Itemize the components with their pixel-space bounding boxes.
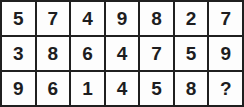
grid-cell: 1 bbox=[71, 72, 104, 105]
grid-cell: 5 bbox=[140, 72, 173, 105]
grid-cell: 8 bbox=[37, 37, 70, 70]
grid-cell: 4 bbox=[106, 37, 139, 70]
grid-cell: 4 bbox=[71, 2, 104, 35]
number-grid: 57498273864759961458? bbox=[0, 0, 244, 107]
grid-cell: 7 bbox=[140, 37, 173, 70]
grid-cell: 8 bbox=[175, 72, 208, 105]
grid-cell: 8 bbox=[140, 2, 173, 35]
grid-cell: 2 bbox=[175, 2, 208, 35]
grid-cell: 3 bbox=[2, 37, 35, 70]
grid-cell: 6 bbox=[71, 37, 104, 70]
grid-cell: 5 bbox=[2, 2, 35, 35]
grid-cell: 9 bbox=[2, 72, 35, 105]
grid-cell: 7 bbox=[209, 2, 242, 35]
grid-cell: 6 bbox=[37, 72, 70, 105]
grid-cell: 5 bbox=[175, 37, 208, 70]
missing-cell: ? bbox=[209, 72, 242, 105]
grid-cell: 4 bbox=[106, 72, 139, 105]
grid-cell: 7 bbox=[37, 2, 70, 35]
grid-cell: 9 bbox=[209, 37, 242, 70]
grid-cell: 9 bbox=[106, 2, 139, 35]
